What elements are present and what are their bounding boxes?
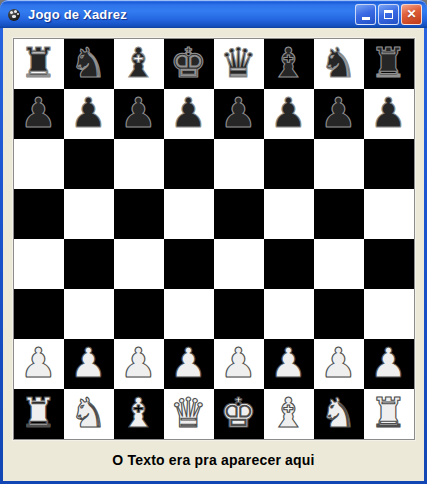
square-d1[interactable]: ♛ [164,389,214,439]
piece-white-pawn[interactable]: ♟ [370,343,407,384]
maximize-button[interactable] [378,4,399,25]
square-e8[interactable]: ♛ [214,39,264,89]
piece-white-knight[interactable]: ♞ [320,393,357,434]
square-a8[interactable]: ♜ [14,39,64,89]
window-controls: ✕ [355,4,422,25]
square-b1[interactable]: ♞ [64,389,114,439]
piece-black-pawn[interactable]: ♟ [370,93,407,134]
app-window: Jogo de Xadrez ✕ ♜♞♝♚♛♝♞♜♟♟♟♟♟♟♟♟♟♟♟♟♟♟♟… [0,0,427,484]
square-f8[interactable]: ♝ [264,39,314,89]
square-c3[interactable] [114,289,164,339]
square-g1[interactable]: ♞ [314,389,364,439]
piece-black-pawn[interactable]: ♟ [70,93,107,134]
square-b7[interactable]: ♟ [64,89,114,139]
square-f1[interactable]: ♝ [264,389,314,439]
close-icon: ✕ [406,8,416,20]
square-a1[interactable]: ♜ [14,389,64,439]
square-d7[interactable]: ♟ [164,89,214,139]
square-c7[interactable]: ♟ [114,89,164,139]
piece-black-rook[interactable]: ♜ [370,43,407,84]
square-h2[interactable]: ♟ [364,339,414,389]
piece-black-pawn[interactable]: ♟ [170,93,207,134]
square-a6[interactable] [14,139,64,189]
square-h6[interactable] [364,139,414,189]
square-a2[interactable]: ♟ [14,339,64,389]
piece-white-pawn[interactable]: ♟ [120,343,157,384]
square-h3[interactable] [364,289,414,339]
square-e1[interactable]: ♚ [214,389,264,439]
square-f2[interactable]: ♟ [264,339,314,389]
square-b3[interactable] [64,289,114,339]
piece-black-bishop[interactable]: ♝ [120,43,157,84]
piece-black-rook[interactable]: ♜ [20,43,57,84]
piece-white-pawn[interactable]: ♟ [20,343,57,384]
square-e2[interactable]: ♟ [214,339,264,389]
piece-black-knight[interactable]: ♞ [320,43,357,84]
square-b6[interactable] [64,139,114,189]
piece-white-rook[interactable]: ♜ [370,393,407,434]
piece-white-pawn[interactable]: ♟ [170,343,207,384]
piece-white-pawn[interactable]: ♟ [320,343,357,384]
window-title: Jogo de Xadrez [28,7,355,22]
maximize-icon [384,10,393,19]
square-c2[interactable]: ♟ [114,339,164,389]
piece-white-knight[interactable]: ♞ [70,393,107,434]
square-g5[interactable] [314,189,364,239]
square-g7[interactable]: ♟ [314,89,364,139]
status-bar: O Texto era pra aparecer aqui [3,440,424,480]
minimize-button[interactable] [355,4,376,25]
square-c1[interactable]: ♝ [114,389,164,439]
status-text: O Texto era pra aparecer aqui [112,452,314,468]
piece-white-bishop[interactable]: ♝ [120,393,157,434]
square-e4[interactable] [214,239,264,289]
piece-black-king[interactable]: ♚ [170,43,207,84]
square-g6[interactable] [314,139,364,189]
square-f5[interactable] [264,189,314,239]
square-f6[interactable] [264,139,314,189]
chess-board: ♜♞♝♚♛♝♞♜♟♟♟♟♟♟♟♟♟♟♟♟♟♟♟♟♜♞♝♛♚♝♞♜ [13,38,415,440]
square-c8[interactable]: ♝ [114,39,164,89]
piece-white-rook[interactable]: ♜ [20,393,57,434]
square-h5[interactable] [364,189,414,239]
square-d5[interactable] [164,189,214,239]
close-button[interactable]: ✕ [401,4,422,25]
square-h4[interactable] [364,239,414,289]
square-d4[interactable] [164,239,214,289]
square-a5[interactable] [14,189,64,239]
piece-white-king[interactable]: ♚ [220,393,257,434]
square-d8[interactable]: ♚ [164,39,214,89]
piece-white-pawn[interactable]: ♟ [70,343,107,384]
square-e6[interactable] [214,139,264,189]
piece-black-pawn[interactable]: ♟ [20,93,57,134]
square-f7[interactable]: ♟ [264,89,314,139]
square-g3[interactable] [314,289,364,339]
square-e5[interactable] [214,189,264,239]
paw-icon [6,6,22,22]
square-a3[interactable] [14,289,64,339]
square-b5[interactable] [64,189,114,239]
square-c6[interactable] [114,139,164,189]
square-g4[interactable] [314,239,364,289]
square-h7[interactable]: ♟ [364,89,414,139]
piece-black-pawn[interactable]: ♟ [220,93,257,134]
square-e7[interactable]: ♟ [214,89,264,139]
square-d6[interactable] [164,139,214,189]
piece-white-queen[interactable]: ♛ [170,393,207,434]
piece-white-pawn[interactable]: ♟ [270,343,307,384]
square-b2[interactable]: ♟ [64,339,114,389]
piece-white-bishop[interactable]: ♝ [270,393,307,434]
minimize-icon [362,17,370,20]
piece-black-pawn[interactable]: ♟ [320,93,357,134]
square-e3[interactable] [214,289,264,339]
square-a7[interactable]: ♟ [14,89,64,139]
square-d2[interactable]: ♟ [164,339,214,389]
square-b4[interactable] [64,239,114,289]
square-h1[interactable]: ♜ [364,389,414,439]
square-g2[interactable]: ♟ [314,339,364,389]
square-d3[interactable] [164,289,214,339]
square-c4[interactable] [114,239,164,289]
square-b8[interactable]: ♞ [64,39,114,89]
square-g8[interactable]: ♞ [314,39,364,89]
piece-black-knight[interactable]: ♞ [70,43,107,84]
piece-white-pawn[interactable]: ♟ [220,343,257,384]
client-area: ♜♞♝♚♛♝♞♜♟♟♟♟♟♟♟♟♟♟♟♟♟♟♟♟♜♞♝♛♚♝♞♜ O Texto… [3,28,424,481]
title-bar[interactable]: Jogo de Xadrez ✕ [0,0,427,28]
square-a4[interactable] [14,239,64,289]
piece-black-queen[interactable]: ♛ [220,43,257,84]
square-f3[interactable] [264,289,314,339]
square-f4[interactable] [264,239,314,289]
square-c5[interactable] [114,189,164,239]
piece-black-pawn[interactable]: ♟ [120,93,157,134]
square-h8[interactable]: ♜ [364,39,414,89]
piece-black-pawn[interactable]: ♟ [270,93,307,134]
piece-black-bishop[interactable]: ♝ [270,43,307,84]
